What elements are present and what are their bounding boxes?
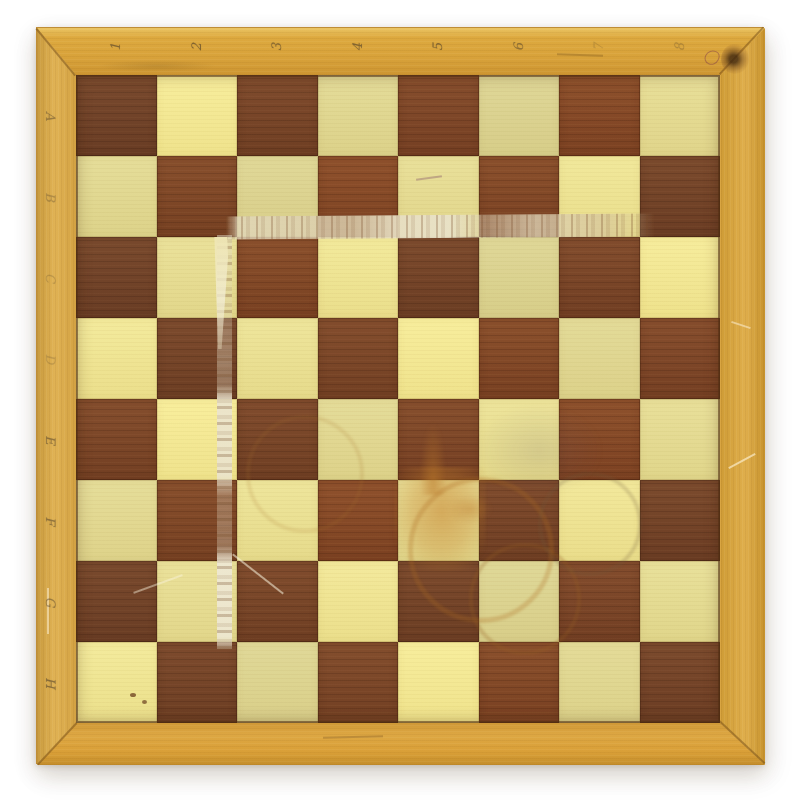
frame-scratch <box>323 735 383 738</box>
square-b2 <box>157 156 238 237</box>
square-e2 <box>157 399 238 480</box>
square-d3 <box>237 318 318 399</box>
frame-rail-top <box>37 28 765 75</box>
square-f2 <box>157 480 238 561</box>
square-d2 <box>157 318 238 399</box>
square-c8 <box>640 237 721 318</box>
square-b6 <box>479 156 560 237</box>
square-a6 <box>479 75 560 156</box>
square-f8 <box>640 480 721 561</box>
file-label-8: 8 <box>672 39 688 55</box>
square-f6 <box>479 480 560 561</box>
square-f4 <box>318 480 399 561</box>
square-c7 <box>559 237 640 318</box>
square-e5 <box>398 399 479 480</box>
square-h5 <box>398 642 479 723</box>
square-d6 <box>479 318 560 399</box>
frame-rail-right <box>721 28 765 765</box>
mitre-seam-bottom-right <box>719 721 765 764</box>
mitre-seam-top-right <box>719 27 764 75</box>
mitre-seam-bottom-left <box>37 722 77 765</box>
square-e1 <box>76 399 157 480</box>
frame-scratch <box>47 588 49 634</box>
frame-scratch <box>557 53 603 56</box>
square-g8 <box>640 561 721 642</box>
frame-scratch <box>731 321 750 329</box>
square-h2 <box>157 642 238 723</box>
square-e8 <box>640 399 721 480</box>
file-label-1: 1 <box>108 39 124 55</box>
square-b3 <box>237 156 318 237</box>
square-h4 <box>318 642 399 723</box>
square-b8 <box>640 156 721 237</box>
rank-label-H: H <box>42 675 58 691</box>
frame-rail-left <box>37 28 76 765</box>
frame-dirt-smudge <box>97 60 217 72</box>
rank-label-D: D <box>42 351 58 367</box>
square-a7 <box>559 75 640 156</box>
checkerboard <box>76 75 720 723</box>
square-a3 <box>237 75 318 156</box>
square-d7 <box>559 318 640 399</box>
square-a5 <box>398 75 479 156</box>
square-a2 <box>157 75 238 156</box>
square-g1 <box>76 561 157 642</box>
frame-scratch <box>728 453 755 469</box>
square-h1 <box>76 642 157 723</box>
square-e7 <box>559 399 640 480</box>
rank-label-C: C <box>42 270 58 286</box>
square-f5 <box>398 480 479 561</box>
square-g7 <box>559 561 640 642</box>
square-b5 <box>398 156 479 237</box>
pencil-scribble <box>702 48 721 68</box>
file-label-4: 4 <box>350 39 366 55</box>
square-c2 <box>157 237 238 318</box>
square-c3 <box>237 237 318 318</box>
square-c5 <box>398 237 479 318</box>
square-f7 <box>559 480 640 561</box>
square-b7 <box>559 156 640 237</box>
square-e3 <box>237 399 318 480</box>
file-label-6: 6 <box>511 39 527 55</box>
square-e6 <box>479 399 560 480</box>
square-h6 <box>479 642 560 723</box>
file-label-2: 2 <box>189 39 205 55</box>
square-f1 <box>76 480 157 561</box>
frame-rail-bottom <box>37 723 765 765</box>
square-g2 <box>157 561 238 642</box>
square-h7 <box>559 642 640 723</box>
square-c6 <box>479 237 560 318</box>
square-h3 <box>237 642 318 723</box>
square-c4 <box>318 237 399 318</box>
file-label-7: 7 <box>591 39 607 55</box>
rank-label-B: B <box>42 189 58 205</box>
file-label-3: 3 <box>269 39 285 55</box>
square-a8 <box>640 75 721 156</box>
square-a1 <box>76 75 157 156</box>
square-d8 <box>640 318 721 399</box>
square-g5 <box>398 561 479 642</box>
square-b1 <box>76 156 157 237</box>
rank-label-E: E <box>42 432 58 448</box>
square-f3 <box>237 480 318 561</box>
square-d5 <box>398 318 479 399</box>
rank-label-G: G <box>42 594 58 610</box>
rank-label-F: F <box>42 513 58 529</box>
board-frame: 12345678ABCDEFGH <box>36 27 764 764</box>
square-h8 <box>640 642 721 723</box>
square-b4 <box>318 156 399 237</box>
photo-background: 12345678ABCDEFGH <box>0 0 800 800</box>
mitre-seam-top-left <box>36 28 76 76</box>
square-e4 <box>318 399 399 480</box>
square-d4 <box>318 318 399 399</box>
square-c1 <box>76 237 157 318</box>
square-g3 <box>237 561 318 642</box>
square-g6 <box>479 561 560 642</box>
rank-label-A: A <box>42 108 58 124</box>
square-d1 <box>76 318 157 399</box>
square-a4 <box>318 75 399 156</box>
square-g4 <box>318 561 399 642</box>
file-label-5: 5 <box>430 39 446 55</box>
